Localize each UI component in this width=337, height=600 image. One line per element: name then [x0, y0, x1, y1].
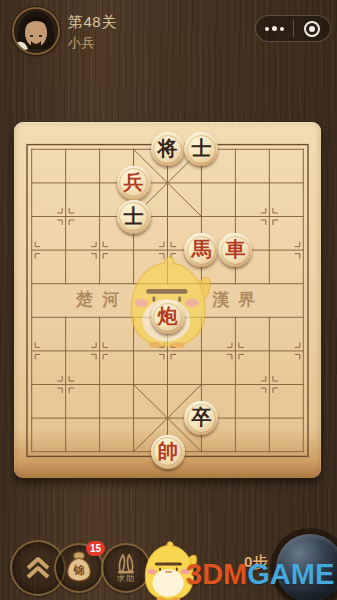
- pray-icon: [114, 553, 138, 575]
- black-stone-button[interactable]: [276, 534, 337, 600]
- hint-count-badge: 15: [86, 541, 105, 556]
- miniprogram-capsule: [255, 15, 331, 42]
- step-counter: 0步: [244, 553, 267, 572]
- piece-char: 卒: [191, 407, 211, 427]
- level-title: 第48关: [68, 13, 117, 32]
- river-label-left: 楚河: [76, 288, 128, 311]
- piece-red-cannon[interactable]: 炮: [151, 300, 185, 334]
- river-label-right: 漢界: [212, 288, 264, 311]
- piece-char: 士: [124, 206, 144, 226]
- exit-button[interactable]: [294, 16, 331, 41]
- level-subtitle: 小兵: [68, 34, 95, 52]
- piece-char: 馬: [191, 239, 211, 259]
- piece-red-general[interactable]: 帥: [151, 435, 185, 469]
- avatar-portrait: [14, 9, 58, 53]
- piece-char: 兵: [124, 172, 144, 192]
- piece-char: 車: [225, 239, 245, 259]
- piece-char: 炮: [158, 306, 178, 326]
- target-icon: [304, 21, 320, 37]
- more-button[interactable]: [256, 16, 293, 41]
- xiangqi-board[interactable]: 楚河 漢界 将士兵士馬車炮卒帥: [14, 122, 321, 478]
- piece-char: 士: [191, 138, 211, 158]
- piece-red-soldier[interactable]: 兵: [117, 166, 151, 200]
- piece-black-general[interactable]: 将: [151, 132, 185, 166]
- help-label: 求助: [117, 573, 135, 584]
- chevron-up-icon: [23, 555, 53, 581]
- piece-char: 帥: [158, 441, 178, 461]
- svg-text:锦: 锦: [73, 564, 85, 577]
- piece-black-advisor-2[interactable]: 士: [117, 200, 151, 234]
- more-icon: [265, 26, 284, 31]
- piece-char: 将: [158, 138, 178, 158]
- mascot-chick: [139, 541, 202, 600]
- player-avatar[interactable]: [12, 7, 60, 55]
